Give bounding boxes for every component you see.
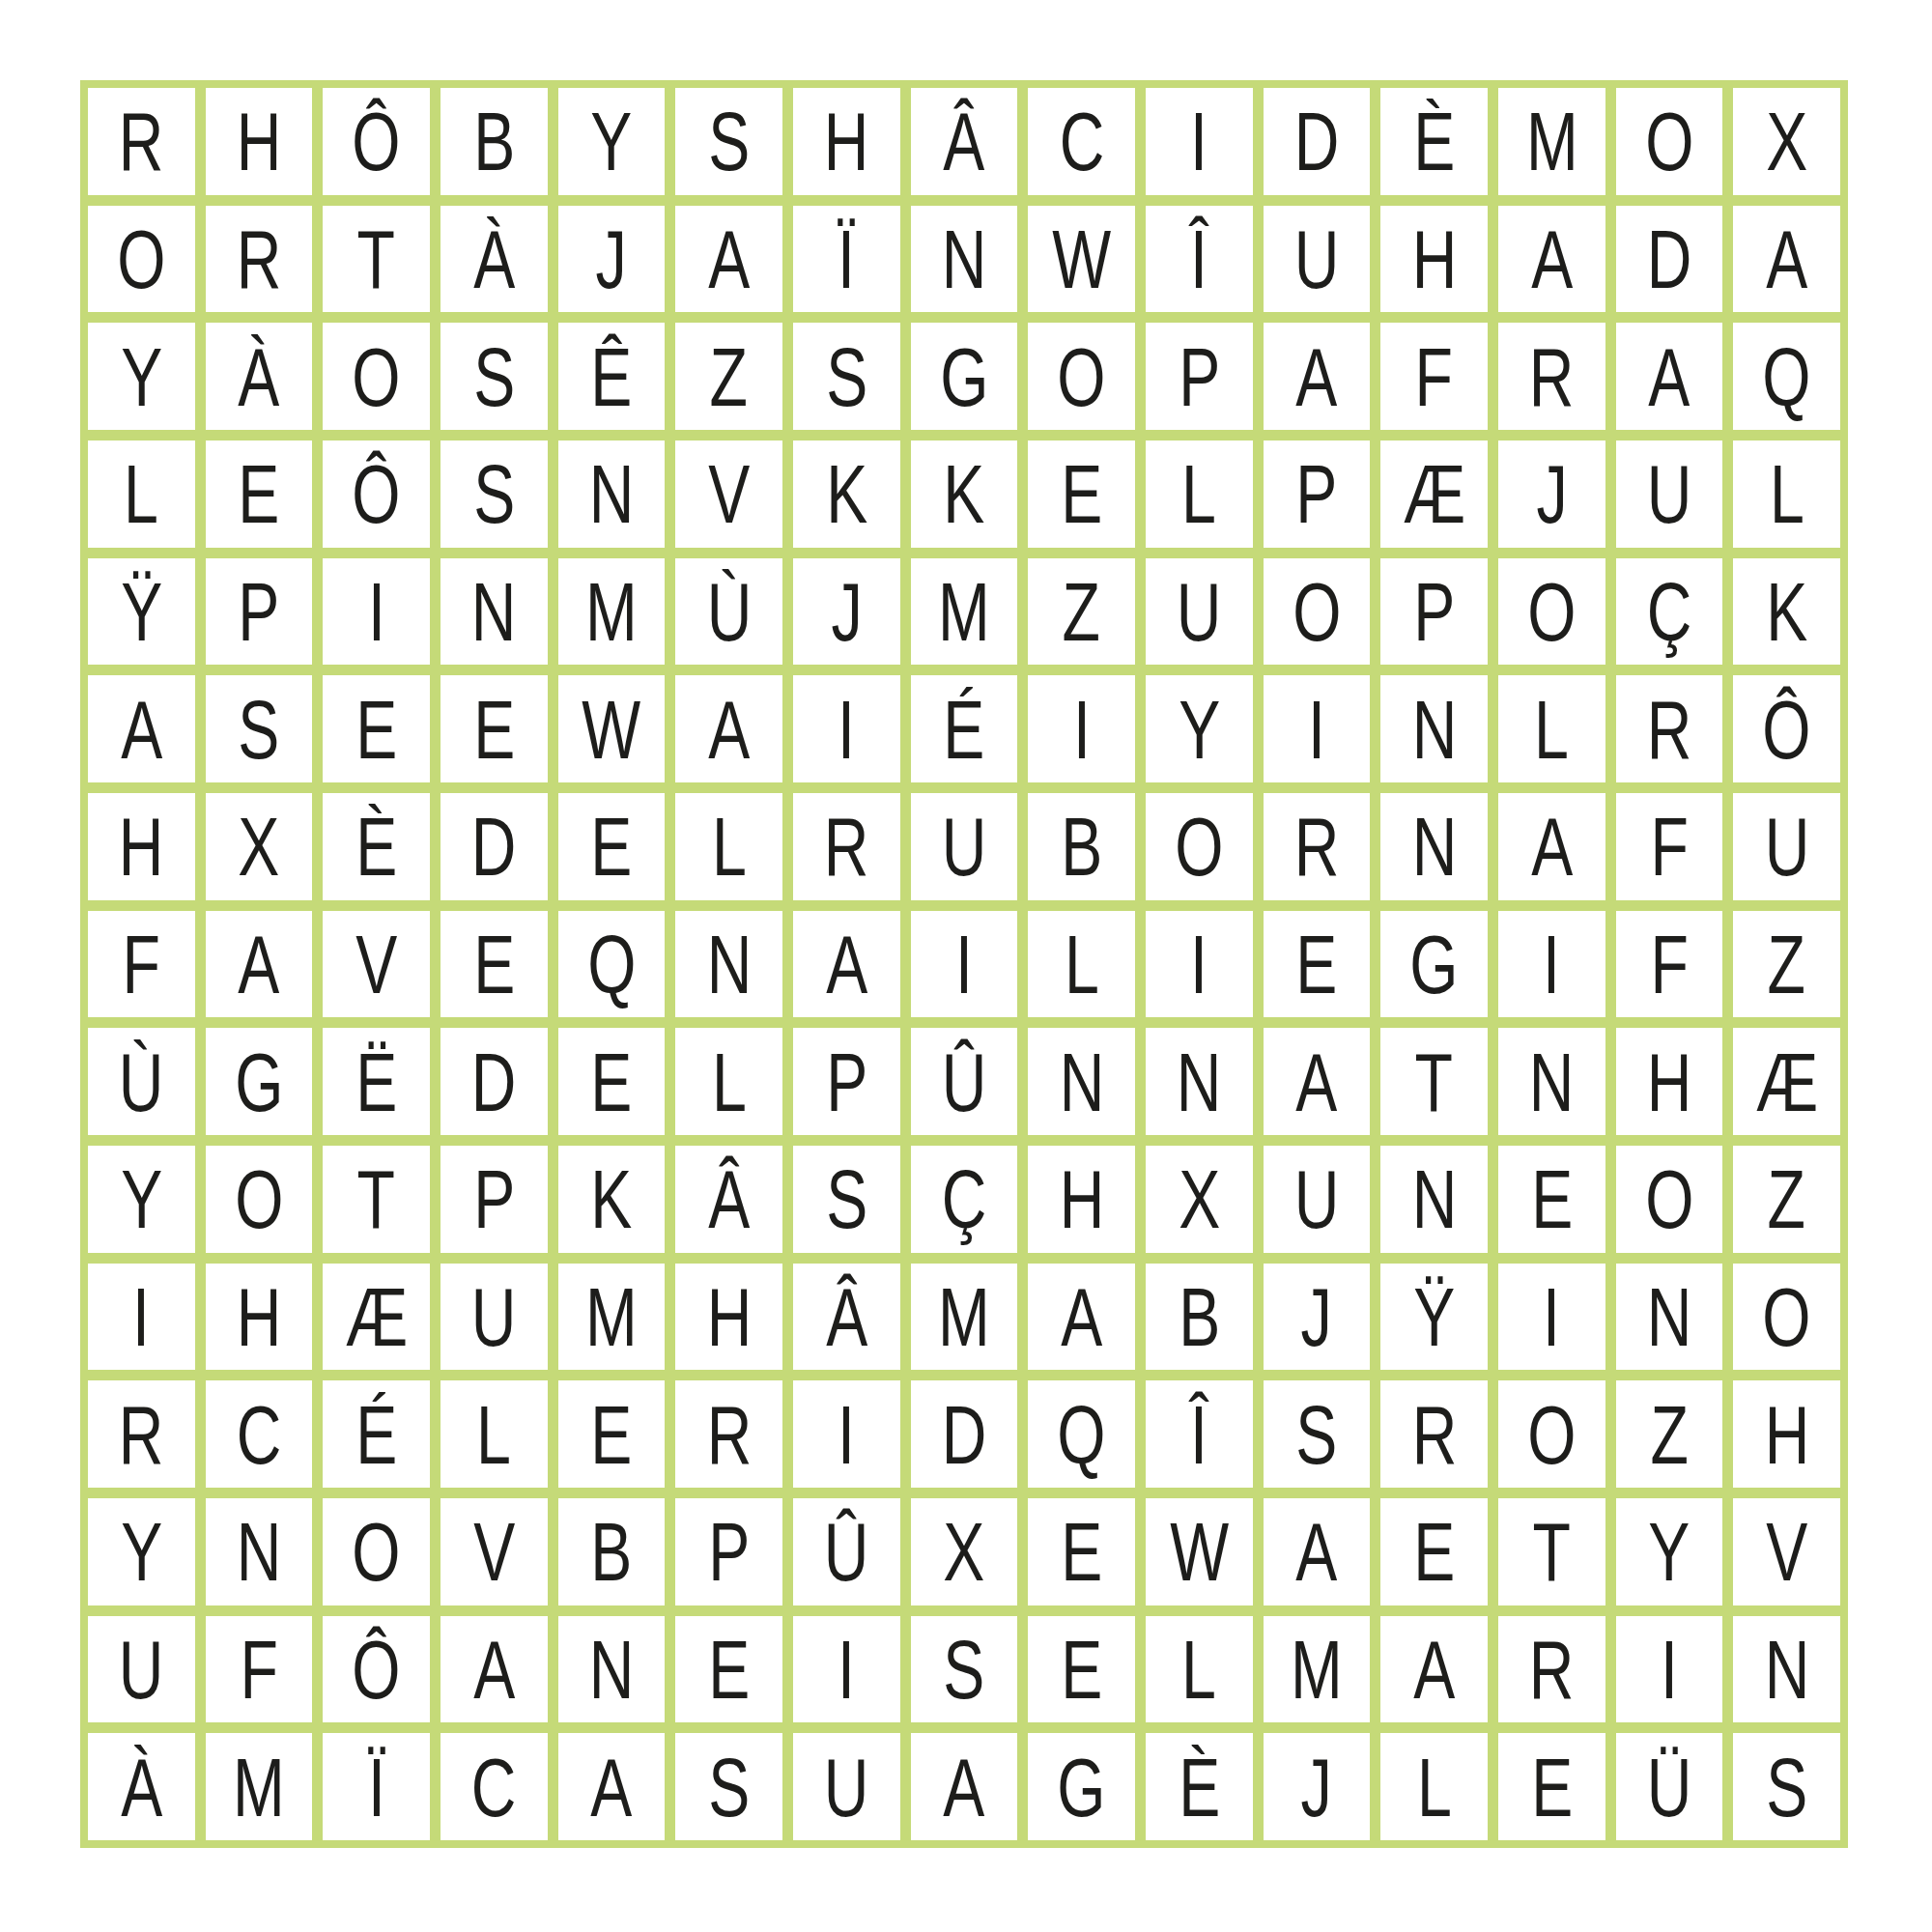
grid-cell[interactable]: C	[206, 1380, 313, 1488]
grid-cell[interactable]: Ï	[323, 1733, 430, 1840]
grid-cell[interactable]: Ÿ	[1380, 1264, 1488, 1371]
grid-cell[interactable]: B	[440, 88, 548, 195]
grid-cell[interactable]: O	[1616, 88, 1723, 195]
grid-cell[interactable]: U	[793, 1733, 900, 1840]
grid-cell[interactable]: V	[675, 440, 782, 548]
grid-cell[interactable]: M	[206, 1733, 313, 1840]
cell-letter: Y	[121, 1157, 162, 1240]
cell-letter: E	[1531, 1746, 1573, 1829]
grid-cell[interactable]: A	[558, 1733, 666, 1840]
grid-cell[interactable]: À	[88, 1733, 195, 1840]
grid-cell[interactable]: S	[1733, 1733, 1840, 1840]
cell-letter: L	[1181, 1628, 1216, 1711]
grid-cell[interactable]: A	[440, 1616, 548, 1723]
grid-cell[interactable]: A	[1264, 1498, 1371, 1605]
grid-cell[interactable]: R	[675, 1380, 782, 1488]
grid-cell[interactable]: Æ	[323, 1264, 430, 1371]
grid-cell[interactable]: S	[675, 1733, 782, 1840]
grid-cell[interactable]: J	[558, 206, 666, 313]
grid-cell[interactable]: E	[558, 793, 666, 900]
grid-cell[interactable]: G	[1028, 1733, 1135, 1840]
grid-cell[interactable]: O	[1028, 323, 1135, 430]
grid-cell[interactable]: E	[1498, 1733, 1605, 1840]
grid-cell[interactable]: S	[440, 440, 548, 548]
grid-cell[interactable]: Ç	[911, 1146, 1018, 1253]
grid-cell[interactable]: H	[206, 1264, 313, 1371]
grid-cell[interactable]: K	[558, 1146, 666, 1253]
cell-letter: E	[1413, 1510, 1455, 1593]
grid-cell[interactable]: X	[911, 1498, 1018, 1605]
grid-cell[interactable]: Ê	[558, 323, 666, 430]
cell-letter: M	[938, 1275, 990, 1358]
grid-cell[interactable]: L	[1733, 440, 1840, 548]
cell-letter: E	[473, 923, 515, 1006]
cell-letter: Ï	[838, 217, 855, 300]
grid-cell[interactable]: Â	[793, 1264, 900, 1371]
grid-cell[interactable]: R	[1498, 323, 1605, 430]
grid-cell[interactable]: A	[88, 675, 195, 782]
grid-cell[interactable]: L	[1028, 911, 1135, 1018]
grid-cell[interactable]: P	[1380, 558, 1488, 666]
grid-cell[interactable]: À	[206, 323, 313, 430]
cell-letter: X	[1766, 99, 1807, 183]
grid-cell[interactable]: Â	[675, 1146, 782, 1253]
grid-cell[interactable]: G	[1380, 911, 1488, 1018]
grid-cell[interactable]: E	[1380, 1498, 1488, 1605]
grid-cell[interactable]: O	[323, 323, 430, 430]
grid-cell[interactable]: Ô	[1733, 675, 1840, 782]
grid-cell[interactable]: E	[1498, 1146, 1605, 1253]
grid-cell[interactable]: L	[440, 1380, 548, 1488]
cell-letter: H	[1764, 1393, 1809, 1476]
cell-letter: S	[708, 1746, 750, 1829]
grid-cell[interactable]: F	[206, 1616, 313, 1723]
grid-cell[interactable]: A	[1733, 206, 1840, 313]
cell-letter: P	[1295, 452, 1337, 535]
cell-letter: K	[590, 1157, 632, 1240]
grid-cell[interactable]: L	[1146, 440, 1253, 548]
grid-cell[interactable]: Ô	[323, 440, 430, 548]
grid-cell[interactable]: X	[1146, 1146, 1253, 1253]
cell-letter: A	[238, 923, 279, 1006]
cell-letter: I	[955, 923, 973, 1006]
grid-cell[interactable]: C	[1028, 88, 1135, 195]
cell-letter: A	[121, 688, 162, 771]
cell-letter: E	[473, 688, 515, 771]
grid-cell[interactable]: A	[675, 675, 782, 782]
grid-cell[interactable]: M	[911, 558, 1018, 666]
cell-letter: O	[353, 335, 401, 418]
grid-cell[interactable]: E	[1264, 911, 1371, 1018]
grid-cell[interactable]: Z	[1733, 1146, 1840, 1253]
cell-letter: Â	[826, 1275, 867, 1358]
grid-cell[interactable]: P	[1146, 323, 1253, 430]
grid-cell[interactable]: O	[88, 206, 195, 313]
grid-cell[interactable]: F	[88, 911, 195, 1018]
grid-cell[interactable]: È	[1380, 88, 1488, 195]
grid-cell[interactable]: T	[1498, 1498, 1605, 1605]
grid-cell[interactable]: H	[1028, 1146, 1135, 1253]
grid-cell[interactable]: L	[675, 793, 782, 900]
grid-cell[interactable]: A	[1380, 1616, 1488, 1723]
grid-cell[interactable]: T	[323, 1146, 430, 1253]
cell-letter: N	[471, 570, 517, 653]
grid-cell[interactable]: I	[793, 675, 900, 782]
grid-cell[interactable]: H	[1733, 1380, 1840, 1488]
grid-cell[interactable]: R	[88, 1380, 195, 1488]
grid-cell[interactable]: È	[1146, 1733, 1253, 1840]
cell-letter: N	[1411, 1157, 1457, 1240]
cell-letter: I	[1661, 1628, 1678, 1711]
grid-cell[interactable]: E	[1028, 1498, 1135, 1605]
grid-cell[interactable]: E	[440, 911, 548, 1018]
grid-cell[interactable]: J	[1498, 440, 1605, 548]
grid-cell[interactable]: S	[911, 1616, 1018, 1723]
grid-cell[interactable]: H	[675, 1264, 782, 1371]
grid-cell[interactable]: O	[1264, 558, 1371, 666]
grid-cell[interactable]: O	[1498, 1380, 1605, 1488]
grid-cell[interactable]: F	[1380, 323, 1488, 430]
cell-letter: U	[824, 1746, 869, 1829]
cell-letter: L	[712, 805, 747, 888]
grid-cell[interactable]: R	[206, 206, 313, 313]
grid-cell[interactable]: S	[1264, 1380, 1371, 1488]
grid-cell[interactable]: Z	[1028, 558, 1135, 666]
grid-cell[interactable]: O	[1146, 793, 1253, 900]
grid-cell[interactable]: E	[558, 1380, 666, 1488]
grid-cell[interactable]: E	[675, 1616, 782, 1723]
grid-cell[interactable]: X	[206, 793, 313, 900]
grid-cell[interactable]: R	[793, 793, 900, 900]
grid-cell[interactable]: Æ	[1733, 1028, 1840, 1135]
grid-cell[interactable]: E	[1028, 1616, 1135, 1723]
grid-cell[interactable]: V	[440, 1498, 548, 1605]
grid-cell[interactable]: N	[558, 1616, 666, 1723]
cell-letter: P	[1413, 570, 1455, 653]
grid-cell[interactable]: Æ	[1380, 440, 1488, 548]
grid-cell[interactable]: E	[1028, 440, 1135, 548]
grid-cell[interactable]: È	[323, 793, 430, 900]
cell-letter: V	[1766, 1510, 1807, 1593]
cell-letter: P	[708, 1510, 750, 1593]
grid-cell[interactable]: D	[1616, 206, 1723, 313]
grid-cell[interactable]: É	[323, 1380, 430, 1488]
grid-cell[interactable]: O	[1616, 1146, 1723, 1253]
grid-cell[interactable]: Q	[1733, 323, 1840, 430]
grid-cell[interactable]: A	[675, 206, 782, 313]
grid-cell[interactable]: I	[1028, 675, 1135, 782]
cell-letter: Û	[824, 1510, 869, 1593]
grid-cell[interactable]: W	[1146, 1498, 1253, 1605]
grid-cell[interactable]: À	[440, 206, 548, 313]
grid-cell[interactable]: N	[675, 911, 782, 1018]
grid-cell[interactable]: P	[793, 1028, 900, 1135]
cell-letter: H	[706, 1275, 752, 1358]
grid-cell[interactable]: A	[1498, 793, 1605, 900]
cell-letter: O	[1527, 1393, 1576, 1476]
grid-cell[interactable]: Ù	[675, 558, 782, 666]
grid-cell[interactable]: W	[558, 675, 666, 782]
grid-cell[interactable]: I	[911, 911, 1018, 1018]
cell-letter: X	[1179, 1157, 1220, 1240]
grid-cell[interactable]: Y	[88, 323, 195, 430]
cell-letter: L	[1770, 452, 1804, 535]
grid-cell[interactable]: Û	[793, 1498, 900, 1605]
grid-cell[interactable]: N	[558, 440, 666, 548]
cell-letter: L	[712, 1040, 747, 1123]
grid-cell[interactable]: H	[1380, 206, 1488, 313]
grid-cell[interactable]: N	[1028, 1028, 1135, 1135]
grid-cell[interactable]: Û	[911, 1028, 1018, 1135]
grid-cell[interactable]: D	[440, 793, 548, 900]
grid-cell[interactable]: P	[206, 558, 313, 666]
grid-cell[interactable]: V	[1733, 1498, 1840, 1605]
grid-cell[interactable]: Ô	[323, 88, 430, 195]
cell-letter: A	[1295, 1510, 1337, 1593]
grid-cell[interactable]: P	[1264, 440, 1371, 548]
grid-cell[interactable]: K	[1733, 558, 1840, 666]
grid-cell[interactable]: Q	[1028, 1380, 1135, 1488]
grid-cell[interactable]: N	[206, 1498, 313, 1605]
cell-letter: A	[1061, 1275, 1102, 1358]
grid-cell[interactable]: A	[911, 1733, 1018, 1840]
cell-letter: N	[1764, 1628, 1809, 1711]
cell-letter: K	[1766, 570, 1807, 653]
grid-cell[interactable]: U	[1264, 1146, 1371, 1253]
cell-letter: E	[590, 1393, 632, 1476]
cell-letter: Q	[1058, 1393, 1106, 1476]
grid-cell[interactable]: D	[911, 1380, 1018, 1488]
cell-letter: H	[824, 99, 869, 183]
grid-cell[interactable]: Â	[911, 88, 1018, 195]
grid-cell[interactable]: L	[88, 440, 195, 548]
grid-cell[interactable]: A	[1616, 323, 1723, 430]
grid-cell[interactable]: I	[1498, 911, 1605, 1018]
cell-letter: R	[119, 1393, 164, 1476]
cell-letter: O	[1645, 1157, 1693, 1240]
grid-cell[interactable]: I	[1616, 1616, 1723, 1723]
cell-letter: O	[1763, 1275, 1811, 1358]
grid-cell[interactable]: T	[323, 206, 430, 313]
grid-cell[interactable]: S	[675, 88, 782, 195]
cell-letter: A	[708, 688, 750, 771]
grid-cell[interactable]: N	[1380, 793, 1488, 900]
grid-cell[interactable]: E	[558, 1028, 666, 1135]
cell-letter: A	[1648, 335, 1690, 418]
grid-cell[interactable]: D	[1264, 88, 1371, 195]
grid-cell[interactable]: J	[1264, 1264, 1371, 1371]
grid-cell[interactable]: Ï	[793, 206, 900, 313]
grid-cell[interactable]: U	[1733, 793, 1840, 900]
grid-cell[interactable]: L	[675, 1028, 782, 1135]
grid-cell[interactable]: B	[1146, 1264, 1253, 1371]
cell-letter: N	[942, 217, 987, 300]
grid-cell[interactable]: L	[1498, 675, 1605, 782]
grid-cell[interactable]: N	[1380, 675, 1488, 782]
grid-cell[interactable]: Y	[88, 1146, 195, 1253]
grid-cell[interactable]: M	[558, 1264, 666, 1371]
grid-cell[interactable]: P	[675, 1498, 782, 1605]
cell-letter: X	[943, 1510, 984, 1593]
cell-letter: N	[1177, 1040, 1222, 1123]
grid-cell[interactable]: E	[206, 440, 313, 548]
grid-cell[interactable]: N	[1380, 1146, 1488, 1253]
grid-cell[interactable]: Î	[1146, 206, 1253, 313]
grid-cell[interactable]: M	[558, 558, 666, 666]
grid-cell[interactable]: I	[88, 1264, 195, 1371]
grid-cell[interactable]: Ù	[88, 1028, 195, 1135]
cell-letter: D	[1294, 99, 1340, 183]
grid-cell[interactable]: W	[1028, 206, 1135, 313]
grid-cell[interactable]: S	[793, 323, 900, 430]
grid-cell[interactable]: U	[88, 1616, 195, 1723]
grid-cell[interactable]: I	[1146, 88, 1253, 195]
grid-cell[interactable]: L	[1380, 1733, 1488, 1840]
grid-cell[interactable]: A	[1264, 1028, 1371, 1135]
grid-cell[interactable]: R	[1380, 1380, 1488, 1488]
grid-cell[interactable]: L	[1146, 1616, 1253, 1723]
grid-cell[interactable]: I	[793, 1616, 900, 1723]
grid-cell[interactable]: R	[1264, 793, 1371, 900]
grid-cell[interactable]: H	[1616, 1028, 1723, 1135]
cell-letter: Ô	[1763, 688, 1811, 771]
grid-cell[interactable]: N	[1498, 1028, 1605, 1135]
cell-letter: V	[473, 1510, 515, 1593]
grid-cell[interactable]: Y	[558, 88, 666, 195]
grid-cell[interactable]: I	[1264, 675, 1371, 782]
grid-cell[interactable]: I	[1498, 1264, 1605, 1371]
grid-cell[interactable]: A	[1498, 206, 1605, 313]
grid-cell[interactable]: A	[1028, 1264, 1135, 1371]
grid-cell[interactable]: D	[440, 1028, 548, 1135]
grid-cell[interactable]: O	[1733, 1264, 1840, 1371]
cell-letter: D	[1647, 217, 1692, 300]
grid-cell[interactable]: I	[323, 558, 430, 666]
grid-cell[interactable]: Ÿ	[88, 558, 195, 666]
grid-cell[interactable]: V	[323, 911, 430, 1018]
grid-cell[interactable]: X	[1733, 88, 1840, 195]
grid-cell[interactable]: U	[1146, 558, 1253, 666]
cell-letter: U	[119, 1628, 164, 1711]
grid-cell[interactable]: A	[1264, 323, 1371, 430]
grid-cell[interactable]: M	[1264, 1616, 1371, 1723]
cell-letter: Y	[121, 1510, 162, 1593]
grid-cell[interactable]: H	[88, 793, 195, 900]
grid-cell[interactable]: I	[793, 1380, 900, 1488]
grid-cell[interactable]: J	[793, 558, 900, 666]
cell-letter: Ÿ	[1413, 1275, 1455, 1358]
grid-cell[interactable]: M	[911, 1264, 1018, 1371]
grid-cell[interactable]: R	[1498, 1616, 1605, 1723]
grid-cell[interactable]: R	[88, 88, 195, 195]
grid-cell[interactable]: N	[1146, 1028, 1253, 1135]
grid-cell[interactable]: N	[911, 206, 1018, 313]
grid-cell[interactable]: Z	[1616, 1380, 1723, 1488]
grid-cell[interactable]: U	[911, 793, 1018, 900]
grid-cell[interactable]: P	[440, 1146, 548, 1253]
cell-letter: Y	[121, 335, 162, 418]
grid-cell[interactable]: C	[440, 1733, 548, 1840]
grid-cell[interactable]: F	[1616, 793, 1723, 900]
grid-cell[interactable]: Ô	[323, 1616, 430, 1723]
grid-cell[interactable]: A	[793, 911, 900, 1018]
grid-cell[interactable]: Z	[675, 323, 782, 430]
cell-letter: À	[473, 217, 515, 300]
grid-cell[interactable]: B	[1028, 793, 1135, 900]
grid-cell[interactable]: R	[1616, 675, 1723, 782]
grid-cell[interactable]: I	[1146, 911, 1253, 1018]
grid-cell[interactable]: G	[911, 323, 1018, 430]
grid-cell[interactable]: B	[558, 1498, 666, 1605]
cell-letter: R	[824, 805, 869, 888]
cell-letter: A	[943, 1746, 984, 1829]
grid-cell[interactable]: Î	[1146, 1380, 1253, 1488]
grid-cell[interactable]: U	[440, 1264, 548, 1371]
grid-cell[interactable]: Y	[1146, 675, 1253, 782]
grid-cell[interactable]: É	[911, 675, 1018, 782]
grid-cell[interactable]: S	[793, 1146, 900, 1253]
grid-cell[interactable]: E	[440, 675, 548, 782]
cell-letter: Z	[1768, 1157, 1805, 1240]
cell-letter: K	[943, 452, 984, 535]
grid-cell[interactable]: S	[440, 323, 548, 430]
grid-cell[interactable]: Y	[88, 1498, 195, 1605]
cell-letter: U	[471, 1275, 517, 1358]
grid-cell[interactable]: O	[206, 1146, 313, 1253]
grid-cell[interactable]: H	[793, 88, 900, 195]
cell-letter: Ô	[353, 452, 401, 535]
cell-letter: S	[473, 452, 515, 535]
grid-cell[interactable]: K	[911, 440, 1018, 548]
grid-cell[interactable]: O	[1498, 558, 1605, 666]
cell-letter: N	[706, 923, 752, 1006]
grid-cell[interactable]: U	[1616, 440, 1723, 548]
grid-cell[interactable]: N	[440, 558, 548, 666]
cell-letter: U	[1294, 217, 1340, 300]
grid-cell[interactable]: Z	[1733, 911, 1840, 1018]
grid-cell[interactable]: Ü	[1616, 1733, 1723, 1840]
grid-cell[interactable]: O	[323, 1498, 430, 1605]
cell-letter: U	[1294, 1157, 1340, 1240]
grid-cell[interactable]: N	[1616, 1264, 1723, 1371]
cell-letter: I	[132, 1275, 150, 1358]
cell-letter: E	[355, 688, 397, 771]
grid-cell[interactable]: K	[793, 440, 900, 548]
grid-cell[interactable]: S	[206, 675, 313, 782]
grid-cell[interactable]: Ë	[323, 1028, 430, 1135]
grid-cell[interactable]: M	[1498, 88, 1605, 195]
cell-letter: X	[238, 805, 279, 888]
grid-cell[interactable]: U	[1264, 206, 1371, 313]
cell-letter: C	[1059, 99, 1104, 183]
grid-cell[interactable]: A	[206, 911, 313, 1018]
cell-letter: E	[1531, 1157, 1573, 1240]
cell-letter: N	[1529, 1040, 1575, 1123]
grid-cell[interactable]: J	[1264, 1733, 1371, 1840]
grid-cell[interactable]: Q	[558, 911, 666, 1018]
grid-cell[interactable]: T	[1380, 1028, 1488, 1135]
grid-cell[interactable]: N	[1733, 1616, 1840, 1723]
grid-cell[interactable]: E	[323, 675, 430, 782]
grid-cell[interactable]: Y	[1616, 1498, 1723, 1605]
grid-cell[interactable]: F	[1616, 911, 1723, 1018]
cell-letter: O	[1645, 99, 1693, 183]
grid-cell[interactable]: Ç	[1616, 558, 1723, 666]
grid-cell[interactable]: H	[206, 88, 313, 195]
cell-letter: Ô	[353, 99, 401, 183]
grid-cell[interactable]: G	[206, 1028, 313, 1135]
cell-letter: U	[1764, 805, 1809, 888]
